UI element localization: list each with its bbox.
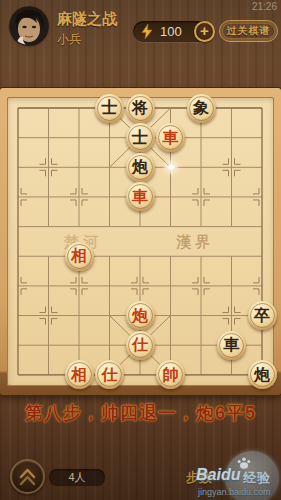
piece-glyph: 車 bbox=[224, 337, 240, 353]
piece-glyph: 象 bbox=[193, 100, 209, 116]
piece-glyph: 士 bbox=[102, 100, 118, 116]
piece-black-cannon[interactable]: 炮 bbox=[126, 153, 155, 182]
piece-glyph: 帥 bbox=[163, 367, 179, 383]
piece-black-soldier[interactable]: 卒 bbox=[248, 301, 277, 330]
add-energy-button[interactable]: + bbox=[194, 21, 215, 42]
lightning-icon bbox=[140, 24, 154, 39]
river-label-right: 漢界 bbox=[176, 233, 214, 252]
piece-glyph: 相 bbox=[71, 367, 87, 383]
piece-glyph: 炮 bbox=[132, 308, 148, 324]
xiangqi-board[interactable]: 楚河 漢界 士将象士車炮車相炮卒仕車相仕帥炮 bbox=[0, 88, 281, 395]
piece-glyph: 車 bbox=[163, 130, 179, 146]
piece-red-elephant[interactable]: 相 bbox=[65, 360, 94, 389]
piece-black-general[interactable]: 将 bbox=[126, 94, 155, 123]
avatar-image bbox=[10, 7, 48, 45]
avatar[interactable] bbox=[10, 7, 48, 45]
app-screen: 21:26 麻隧之战 小兵 100 + 过关棋谱 楚河 漢界 士将象士車炮車相炮… bbox=[0, 0, 281, 500]
piece-glyph: 卒 bbox=[254, 308, 270, 324]
watermark-brand-suffix: 经验 bbox=[243, 469, 271, 487]
stage-records-button[interactable]: 过关棋谱 bbox=[219, 20, 278, 42]
piece-red-cannon[interactable]: 炮 bbox=[126, 301, 155, 330]
expand-menu-button[interactable] bbox=[10, 459, 45, 494]
piece-glyph: 炮 bbox=[254, 367, 270, 383]
piece-glyph: 将 bbox=[132, 100, 148, 116]
piece-red-chariot[interactable]: 車 bbox=[126, 182, 155, 211]
piece-black-advisor[interactable]: 士 bbox=[126, 123, 155, 152]
piece-black-advisor[interactable]: 士 bbox=[95, 94, 124, 123]
watermark-brand: Baidu bbox=[196, 466, 240, 484]
piece-glyph: 炮 bbox=[132, 159, 148, 175]
stage-title: 麻隧之战 bbox=[57, 10, 117, 29]
energy-value: 100 bbox=[160, 24, 182, 39]
double-chevron-up-icon bbox=[12, 461, 43, 492]
paw-icon bbox=[237, 457, 251, 469]
piece-red-elephant[interactable]: 相 bbox=[65, 242, 94, 271]
piece-black-cannon[interactable]: 炮 bbox=[248, 360, 277, 389]
piece-glyph: 仕 bbox=[102, 367, 118, 383]
system-clock: 21:26 bbox=[252, 1, 277, 12]
move-caption: 第八步，帅四退一，炮6平5 bbox=[0, 401, 281, 425]
piece-red-advisor[interactable]: 仕 bbox=[126, 331, 155, 360]
piece-red-chariot[interactable]: 車 bbox=[156, 123, 185, 152]
piece-glyph: 士 bbox=[132, 130, 148, 146]
watermark-url: jingyan.baidu.com bbox=[198, 487, 271, 497]
piece-glyph: 仕 bbox=[132, 337, 148, 353]
piece-glyph: 車 bbox=[132, 189, 148, 205]
players-count-badge[interactable]: 4人 bbox=[49, 469, 105, 486]
piece-black-elephant[interactable]: 象 bbox=[187, 94, 216, 123]
piece-glyph: 相 bbox=[71, 248, 87, 264]
piece-black-chariot[interactable]: 車 bbox=[217, 331, 246, 360]
player-rank: 小兵 bbox=[57, 31, 81, 48]
